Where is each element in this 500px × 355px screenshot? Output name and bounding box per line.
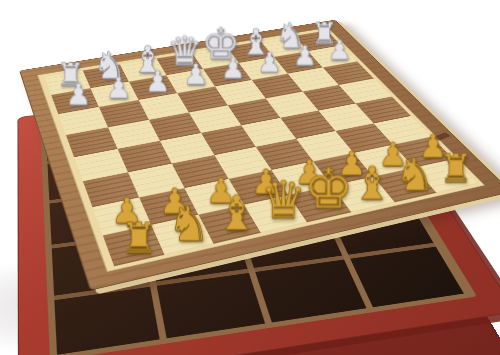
- piece-gold-knight-g1: ♞: [395, 151, 435, 196]
- chess-set-scene: ♜♞♝♛♚♝♞♜♟♟♟♟♟♟♟♟♟♟♟♟♟♟♟♟♜♞♝♛♚♝♞♜: [0, 0, 500, 355]
- piece-silver-pawn-f7: ♟: [257, 49, 282, 76]
- piece-silver-pawn-g7: ♟: [293, 43, 317, 70]
- piece-silver-pawn-h7: ♟: [327, 37, 351, 64]
- piece-silver-pawn-c7: ♟: [145, 67, 171, 95]
- piece-silver-pawn-a7: ♟: [65, 80, 91, 109]
- square-a1: ♜: [103, 225, 165, 266]
- piece-gold-rook-a1: ♜: [120, 217, 158, 259]
- piece-silver-pawn-d7: ♟: [183, 61, 208, 89]
- piece-gold-knight-b1: ♞: [167, 199, 210, 247]
- piece-gold-bishop-c1: ♝: [215, 189, 258, 237]
- piece-silver-pawn-b7: ♟: [106, 74, 132, 103]
- piece-gold-king-e1: ♚: [304, 160, 354, 216]
- piece-silver-pawn-e7: ♟: [220, 55, 245, 83]
- piece-gold-bishop-f1: ♝: [352, 160, 393, 206]
- piece-gold-queen-d1: ♛: [260, 174, 306, 226]
- product-photo-stage: ♜♞♝♛♚♝♞♜♟♟♟♟♟♟♟♟♟♟♟♟♟♟♟♟♜♞♝♛♚♝♞♜: [0, 0, 500, 355]
- piece-gold-rook-h1: ♜: [439, 149, 473, 187]
